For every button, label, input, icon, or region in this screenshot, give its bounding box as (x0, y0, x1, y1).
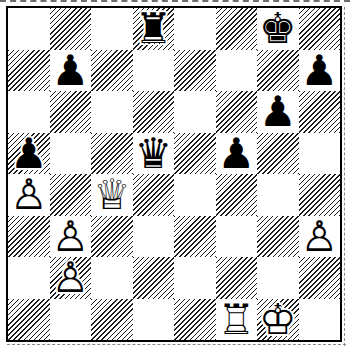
square-g4[interactable] (257, 174, 299, 216)
chess-board: ♜♜♚♚♟♟♟♟♟♟♟♟♛♛♟♟♟♙♛♕♟♙♟♙♟♙♜♖♚♔ (8, 8, 340, 340)
square-h1[interactable] (299, 299, 341, 341)
square-e4[interactable] (174, 174, 216, 216)
square-a5[interactable]: ♟♟ (8, 133, 50, 175)
square-h8[interactable] (299, 8, 341, 50)
square-d8[interactable]: ♜♜ (133, 8, 175, 50)
square-h5[interactable] (299, 133, 341, 175)
square-b1[interactable] (50, 299, 92, 341)
square-f4[interactable] (216, 174, 258, 216)
square-d5[interactable]: ♛♛ (133, 133, 175, 175)
piece-black-pawn-h7[interactable]: ♟ (299, 50, 341, 92)
square-a2[interactable] (8, 257, 50, 299)
square-c7[interactable] (91, 50, 133, 92)
square-e6[interactable] (174, 91, 216, 133)
square-b5[interactable] (50, 133, 92, 175)
square-h2[interactable] (299, 257, 341, 299)
chess-diagram-page: ♜♜♚♚♟♟♟♟♟♟♟♟♛♛♟♟♟♙♛♕♟♙♟♙♟♙♜♖♚♔ (0, 0, 350, 350)
square-f7[interactable] (216, 50, 258, 92)
square-f1[interactable]: ♜♖ (216, 299, 258, 341)
square-f8[interactable] (216, 8, 258, 50)
square-b4[interactable] (50, 174, 92, 216)
square-c5[interactable] (91, 133, 133, 175)
piece-black-king-g8[interactable]: ♚ (257, 8, 299, 50)
piece-white-rook-f1[interactable]: ♖ (216, 299, 258, 341)
square-c1[interactable] (91, 299, 133, 341)
square-d2[interactable] (133, 257, 175, 299)
square-b2[interactable]: ♟♙ (50, 257, 92, 299)
square-g6[interactable]: ♟♟ (257, 91, 299, 133)
square-e3[interactable] (174, 216, 216, 258)
square-h3[interactable]: ♟♙ (299, 216, 341, 258)
image-top-edge-dashed-line (0, 0, 350, 2)
square-c8[interactable] (91, 8, 133, 50)
square-d3[interactable] (133, 216, 175, 258)
square-b7[interactable]: ♟♟ (50, 50, 92, 92)
square-a4[interactable]: ♟♙ (8, 174, 50, 216)
square-a6[interactable] (8, 91, 50, 133)
piece-black-pawn-f5[interactable]: ♟ (216, 133, 258, 175)
piece-black-pawn-g6[interactable]: ♟ (257, 91, 299, 133)
square-g2[interactable] (257, 257, 299, 299)
square-e1[interactable] (174, 299, 216, 341)
square-g8[interactable]: ♚♚ (257, 8, 299, 50)
square-b6[interactable] (50, 91, 92, 133)
square-d6[interactable] (133, 91, 175, 133)
square-g1[interactable]: ♚♔ (257, 299, 299, 341)
square-c2[interactable] (91, 257, 133, 299)
piece-white-pawn-a4[interactable]: ♙ (8, 174, 50, 216)
chess-board-frame: ♜♜♚♚♟♟♟♟♟♟♟♟♛♛♟♟♟♙♛♕♟♙♟♙♟♙♜♖♚♔ (6, 6, 342, 342)
square-f2[interactable] (216, 257, 258, 299)
piece-white-pawn-h3[interactable]: ♙ (299, 216, 341, 258)
square-a8[interactable] (8, 8, 50, 50)
piece-white-king-g1[interactable]: ♔ (257, 299, 299, 341)
square-c6[interactable] (91, 91, 133, 133)
square-d7[interactable] (133, 50, 175, 92)
frame-shadow-right-dashed-line (344, 7, 345, 346)
square-b3[interactable]: ♟♙ (50, 216, 92, 258)
square-h4[interactable] (299, 174, 341, 216)
piece-black-pawn-b7[interactable]: ♟ (50, 50, 92, 92)
square-d1[interactable] (133, 299, 175, 341)
square-b8[interactable] (50, 8, 92, 50)
square-f5[interactable]: ♟♟ (216, 133, 258, 175)
square-g3[interactable] (257, 216, 299, 258)
square-d4[interactable] (133, 174, 175, 216)
piece-black-queen-d5[interactable]: ♛ (133, 133, 175, 175)
piece-white-queen-c4[interactable]: ♕ (91, 174, 133, 216)
square-e5[interactable] (174, 133, 216, 175)
square-g7[interactable] (257, 50, 299, 92)
square-a1[interactable] (8, 299, 50, 341)
square-e2[interactable] (174, 257, 216, 299)
square-h7[interactable]: ♟♟ (299, 50, 341, 92)
frame-shadow-bottom-dashed-line (7, 344, 346, 345)
square-g5[interactable] (257, 133, 299, 175)
square-e7[interactable] (174, 50, 216, 92)
piece-white-pawn-b3[interactable]: ♙ (50, 216, 92, 258)
piece-white-pawn-b2[interactable]: ♙ (50, 257, 92, 299)
square-a7[interactable] (8, 50, 50, 92)
piece-black-rook-d8[interactable]: ♜ (133, 8, 175, 50)
piece-black-pawn-a5[interactable]: ♟ (8, 133, 50, 175)
square-e8[interactable] (174, 8, 216, 50)
square-c3[interactable] (91, 216, 133, 258)
square-f6[interactable] (216, 91, 258, 133)
square-c4[interactable]: ♛♕ (91, 174, 133, 216)
square-f3[interactable] (216, 216, 258, 258)
square-a3[interactable] (8, 216, 50, 258)
square-h6[interactable] (299, 91, 341, 133)
